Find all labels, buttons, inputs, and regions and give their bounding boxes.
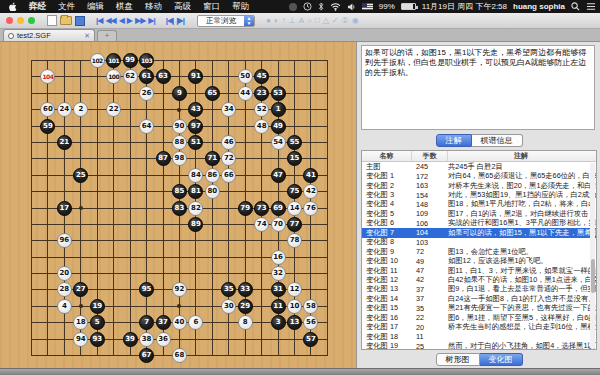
variation-navigation-group: |◀||▶| (166, 16, 184, 25)
open-file-icon[interactable] (60, 16, 72, 25)
board-panel: 1234567891011121314151617181920212223242… (0, 42, 356, 368)
menu-高级[interactable]: 高级 (168, 1, 197, 11)
table-row[interactable]: 主图245共245手 白胜2目 (362, 162, 596, 171)
battery-percent[interactable]: 99% (379, 2, 395, 11)
table-row[interactable]: 变化图 5109图17，白1的话，黑2退，对白继续进行攻击，将来，白… (362, 209, 596, 218)
stone-black-67: 67 (139, 348, 154, 363)
new-tab-button[interactable]: + (97, 30, 117, 41)
stone-black-87: 87 (156, 151, 171, 166)
stone-black-5: 5 (90, 315, 105, 330)
stone-black-91: 91 (188, 69, 203, 84)
stone-black-23: 23 (254, 86, 269, 101)
stone-white-8: 8 (238, 315, 253, 330)
stone-white-86: 86 (205, 168, 220, 183)
stone-black-99: 99 (123, 53, 138, 68)
stone-white-10: 10 (287, 299, 302, 314)
table-scrollbar-thumb[interactable] (591, 259, 595, 293)
stone-white-76: 76 (303, 201, 318, 216)
stone-white-24: 24 (57, 102, 72, 117)
stone-black-43: 43 (188, 102, 203, 117)
table-row[interactable]: 变化图 3154对此，黑53如图19、黑1挡的应的话，白2成为先手，这… (362, 190, 596, 199)
stone-black-3: 3 (271, 315, 286, 330)
stone-white-80: 80 (205, 184, 220, 199)
stone-black-83: 83 (172, 201, 187, 216)
menu-文件[interactable]: 文件 (52, 1, 81, 11)
apple-menu-icon[interactable] (8, 2, 17, 11)
stone-white-92: 92 (172, 282, 187, 297)
stone-black-9: 9 (172, 86, 187, 101)
stone-black-25: 25 (73, 168, 88, 183)
half-stone-tool-icon[interactable]: ◐ (274, 16, 279, 25)
stone-white-6: 6 (188, 315, 203, 330)
stone-black-73: 73 (254, 201, 269, 216)
bluetooth-icon[interactable] (318, 2, 324, 11)
menubar-datetime[interactable]: 11月19日 周四 下午2:58 (422, 1, 507, 12)
table-row[interactable]: 变化图 972图13，会急忙走黑1位吧。 (362, 247, 596, 256)
stone-white-90: 90 (172, 119, 187, 134)
star-point (79, 304, 83, 308)
stone-white-12: 12 (287, 282, 302, 297)
table-row[interactable]: 变化图 1811 (362, 332, 596, 341)
app-window: 弈经 文件编辑棋盘移动高级窗口帮助 99% 11月19日 周四 下午2:58 h… (0, 0, 600, 375)
window-bottom-strip (0, 368, 600, 375)
table-row[interactable]: 变化图 1925然而，对于白的小飞挂角，如图4，选择黑1以下的定式… (362, 341, 596, 350)
stone-black-29: 29 (238, 299, 253, 314)
button-树形图[interactable]: 树形图 (436, 353, 480, 366)
table-row[interactable]: 变化图 7104如果可以的话，如图15，黑1以下先走，黑希望两边都… (362, 228, 596, 237)
table-row[interactable]: 变化图 4148图18，如黑1平凡地打吃，白2粘，将来，白a、黑b之后… (362, 200, 596, 209)
go-board[interactable]: 1234567891011121314151617181920212223242… (31, 60, 328, 356)
stone-black-35: 35 (221, 282, 236, 297)
tab-close-icon[interactable]: ✕ (84, 32, 90, 40)
sgf-doc-icon (8, 33, 14, 39)
new-file-icon[interactable] (47, 15, 57, 26)
stone-white-100: 100 (106, 69, 121, 84)
stone-black-81: 81 (188, 184, 203, 199)
table-row[interactable]: 变化图 1437白24这一手如图8，白1的打入也并不是没有。 (362, 294, 596, 303)
stone-white-4: 4 (57, 299, 72, 314)
toolbar: |◀◀◀◀▶▶▶▶| |◀||▶| 正常浏览 ▲▼ ●◐↑⊥A○□△✓①◉ (0, 13, 600, 29)
star-point (79, 206, 83, 210)
stone-white-58: 58 (303, 299, 318, 314)
input-language-flag-icon[interactable] (362, 3, 373, 10)
menu-items: 文件编辑棋盘移动高级窗口帮助 (52, 1, 255, 13)
paired-stones-tool-icon[interactable]: ◉ (352, 16, 359, 25)
back-icon[interactable]: ◀ (119, 16, 124, 25)
menu-移动[interactable]: 移动 (139, 1, 168, 11)
stone-black-103: 103 (139, 53, 154, 68)
variation-rows: 主图245共245手 白胜2目变化图 1172对白64，黑65必须退让，黑65走… (362, 162, 596, 350)
stone-black-27: 27 (73, 282, 88, 297)
forward-icon[interactable]: ▶ (127, 16, 132, 25)
stone-white-56: 56 (303, 315, 318, 330)
stone-white-16: 16 (271, 250, 286, 265)
comment-button-row: 注解棋谱信息 (357, 134, 600, 147)
stone-white-96: 96 (57, 233, 72, 248)
stone-black-41: 41 (303, 168, 318, 183)
line-tool-icon[interactable]: ⊥ (289, 16, 296, 25)
stone-black-55: 55 (287, 135, 302, 150)
stone-black-95: 95 (139, 282, 154, 297)
stone-black-69: 69 (271, 201, 286, 216)
stone-white-88: 88 (172, 135, 187, 150)
table-row[interactable]: 变化图 1622图6，黑1挂，期望下至黑5，这样黑好，白6的话，黑7… (362, 313, 596, 322)
col-header-name[interactable]: 名称 (362, 151, 412, 161)
stone-white-64: 64 (139, 119, 154, 134)
stone-white-82: 82 (188, 201, 203, 216)
close-window-button[interactable] (6, 17, 13, 24)
stone-white-36: 36 (156, 332, 171, 347)
stone-white-66: 66 (221, 168, 236, 183)
stone-white-18: 18 (73, 315, 88, 330)
stone-white-40: 40 (172, 315, 187, 330)
table-row[interactable]: 变化图 1337图9，白1退，看上去是非常普通的一手，但实际上是恶… (362, 285, 596, 294)
stone-white-28: 28 (57, 282, 72, 297)
stone-white-60: 60 (40, 102, 55, 117)
stone-black-65: 65 (205, 86, 220, 101)
stone-black-79: 79 (238, 201, 253, 216)
comment-text-area[interactable]: 如果可以的话，如图15，黑1以下先走，黑希望两边都有能够得到先手扳粘，但白也是职… (361, 45, 595, 130)
tab-title: test2.SGF (17, 31, 51, 40)
stone-black-77: 77 (287, 217, 302, 232)
stone-white-2: 2 (73, 102, 88, 117)
variation-table: 名称 手数 注解 主图245共245手 白胜2目变化图 1172对白64，黑65… (361, 150, 597, 350)
stone-white-70: 70 (271, 217, 286, 232)
button-注解[interactable]: 注解 (436, 134, 472, 147)
view-mode-dropdown[interactable]: 正常浏览 ▲▼ (197, 15, 255, 27)
stone-black-47: 47 (271, 168, 286, 183)
wifi-icon[interactable] (330, 3, 341, 11)
stone-black-19: 19 (90, 299, 105, 314)
stone-black-59: 59 (40, 119, 55, 134)
clock-icon[interactable] (303, 2, 312, 11)
check-mark-tool-icon[interactable]: ✓ (332, 16, 339, 25)
table-row[interactable]: 变化图 1720桥本先生当时的感想是，让白走到16位，黑棋无趣，但… (362, 322, 596, 331)
menu-bar: 弈经 文件编辑棋盘移动高级窗口帮助 99% 11月19日 周四 下午2:58 h… (0, 0, 600, 13)
star-point (177, 108, 181, 112)
next-variation-icon[interactable]: |▶| (176, 16, 184, 25)
minimize-window-button[interactable] (17, 17, 24, 24)
dropdown-stepper-icon: ▲▼ (244, 16, 254, 26)
stone-black-97: 97 (188, 119, 203, 134)
stone-tool-icon[interactable]: ● (266, 16, 271, 25)
table-row[interactable]: 变化图 1535黑21有先便宜一下的意思，也有先过渡一下的意思，像… (362, 304, 596, 313)
fast-forward-icon[interactable]: ▶▶ (135, 16, 145, 25)
table-row[interactable]: 变化图 2163对桥本先生来说，图20，黑1必须先走，和白2交换后再… (362, 181, 596, 190)
stone-white-26: 26 (139, 86, 154, 101)
stone-white-72: 72 (221, 151, 236, 166)
stone-black-7: 7 (139, 315, 154, 330)
stone-black-93: 93 (90, 332, 105, 347)
col-header-note[interactable]: 注解 (448, 151, 596, 161)
table-scrollbar[interactable] (590, 163, 595, 348)
go-last-icon[interactable]: ▶| (148, 16, 154, 25)
notification-center-icon[interactable] (586, 2, 596, 11)
status-dot-icon[interactable] (289, 3, 297, 11)
stone-white-50: 50 (238, 69, 253, 84)
stone-white-32: 32 (271, 266, 286, 281)
view-switch-button-row: 树形图变化图 (357, 353, 600, 366)
number-tool-icon[interactable]: ① (342, 16, 349, 25)
stone-black-63: 63 (156, 69, 171, 84)
stone-black-49: 49 (271, 119, 286, 134)
stone-black-61: 61 (139, 69, 154, 84)
stone-black-71: 71 (205, 151, 220, 166)
prev-variation-icon[interactable]: |◀| (166, 16, 174, 25)
stone-white-74: 74 (254, 217, 269, 232)
stone-black-11: 11 (271, 299, 286, 314)
stone-white-84: 84 (188, 168, 203, 183)
triangle-mark-tool-icon[interactable]: △ (323, 16, 329, 25)
menu-帮助[interactable]: 帮助 (226, 1, 255, 11)
table-row[interactable]: 变化图 1049如图12，应该选择黑1的飞吧。 (362, 256, 596, 265)
view-mode-value: 正常浏览 (198, 16, 244, 26)
button-变化图[interactable]: 变化图 (480, 353, 523, 366)
stone-white-98: 98 (172, 151, 187, 166)
right-panel: 如果可以的话，如图15，黑1以下先走，黑希望两边都有能够得到先手扳粘，但白也是职… (356, 42, 600, 368)
volume-icon[interactable] (347, 3, 356, 11)
tab-test2-sgf[interactable]: test2.SGF ✕ (3, 29, 95, 41)
stone-black-21: 21 (57, 135, 72, 150)
table-row[interactable]: 变化图 1242白42如果不下的话，如图10，黑1点进来，白空消失殆… (362, 275, 596, 284)
stone-white-20: 20 (57, 266, 72, 281)
button-棋谱信息[interactable]: 棋谱信息 (472, 134, 523, 147)
fast-back-icon[interactable]: ◀◀ (105, 16, 115, 25)
stone-black-75: 75 (287, 184, 302, 199)
tab-bar: test2.SGF ✕ + (0, 29, 600, 42)
menubar-user[interactable]: huang sophia (513, 2, 565, 11)
go-first-icon[interactable]: |◀ (96, 16, 102, 25)
stone-white-22: 22 (106, 102, 121, 117)
stone-black-45: 45 (254, 69, 269, 84)
star-point (177, 304, 181, 308)
stone-black-39: 39 (123, 332, 138, 347)
stone-black-53: 53 (271, 86, 286, 101)
col-header-moves[interactable]: 手数 (412, 151, 448, 161)
stone-white-30: 30 (221, 299, 236, 314)
menubar-status: 99% 11月19日 周四 下午2:58 huang sophia (289, 1, 596, 12)
save-file-icon[interactable] (75, 16, 85, 26)
stone-black-37: 37 (156, 315, 171, 330)
stone-white-68: 68 (172, 348, 187, 363)
arrow-tool-icon[interactable]: ↑ (282, 16, 286, 25)
stone-black-85: 85 (172, 184, 187, 199)
table-row[interactable]: 变化图 1172对白64，黑65必须退让，黑65走66位的，白69，黑65… (362, 171, 596, 180)
stone-white-38: 38 (139, 332, 154, 347)
stone-white-78: 78 (287, 233, 302, 248)
stone-black-101: 101 (106, 53, 121, 68)
stone-white-44: 44 (238, 86, 253, 101)
stone-black-33: 33 (238, 282, 253, 297)
stone-black-17: 17 (57, 201, 72, 216)
stone-white-14: 14 (287, 201, 302, 216)
stone-black-89: 89 (188, 217, 203, 232)
stone-white-102: 102 (90, 53, 105, 68)
stone-black-15: 15 (287, 151, 302, 166)
stone-black-31: 31 (271, 282, 286, 297)
menu-棋盘[interactable]: 棋盘 (110, 1, 139, 11)
stone-white-42: 42 (303, 184, 318, 199)
zoom-window-button[interactable] (28, 17, 35, 24)
battery-icon[interactable] (401, 3, 416, 10)
stone-black-51: 51 (188, 135, 203, 150)
move-navigation-group: |◀◀◀◀▶▶▶▶| (96, 16, 155, 25)
stone-black-1: 1 (271, 102, 286, 117)
stone-white-94: 94 (73, 332, 88, 347)
label-a-tool-icon[interactable]: A (299, 16, 304, 25)
stone-white-52: 52 (254, 102, 269, 117)
square-mark-tool-icon[interactable]: □ (315, 16, 320, 25)
stone-white-34: 34 (221, 102, 236, 117)
stone-white-54: 54 (271, 135, 286, 150)
table-row[interactable]: 变化图 6106实战的进行和图16黑1、3平凡的图形相比，判若云泥，… (362, 219, 596, 228)
stone-white-46: 46 (221, 135, 236, 150)
spotlight-search-icon[interactable] (571, 2, 580, 11)
table-row[interactable]: 变化图 1147图11，白1、3，对于黑来说，如果就宝一样的黑右上角… (362, 266, 596, 275)
stone-white-62: 62 (123, 69, 138, 84)
stone-black-13: 13 (287, 315, 302, 330)
menu-app[interactable]: 弈经 (23, 1, 52, 13)
menu-编辑[interactable]: 编辑 (81, 1, 110, 11)
circle-mark-tool-icon[interactable]: ○ (307, 16, 312, 25)
menu-窗口[interactable]: 窗口 (197, 1, 226, 11)
stone-white-104: 104 (40, 69, 55, 84)
stone-black-57: 57 (303, 332, 318, 347)
edit-tools-group: ●◐↑⊥A○□△✓①◉ (266, 16, 359, 25)
stone-white-48: 48 (254, 119, 269, 134)
table-row[interactable]: 变化图 8103 (362, 238, 596, 247)
variation-table-header[interactable]: 名称 手数 注解 (362, 151, 596, 162)
